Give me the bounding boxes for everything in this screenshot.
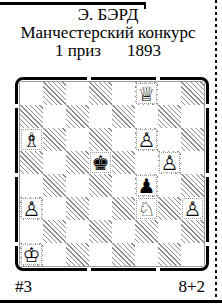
square-d1	[89, 243, 112, 266]
square-a4	[20, 174, 43, 197]
square-f4: ♟	[135, 174, 158, 197]
square-a8	[20, 82, 43, 105]
square-c5	[66, 151, 89, 174]
square-c4	[66, 174, 89, 197]
square-d7	[89, 105, 112, 128]
square-f8: ♕	[135, 82, 158, 105]
square-e2	[112, 220, 135, 243]
white-bishop-a6: ♗	[21, 129, 42, 150]
square-a5	[20, 151, 43, 174]
square-c8	[66, 82, 89, 105]
square-c3	[66, 197, 89, 220]
square-b7	[43, 105, 66, 128]
frame-seam	[14, 173, 19, 177]
black-pawn-f4: ♟	[136, 175, 157, 196]
square-b2	[43, 220, 66, 243]
square-g8	[158, 82, 181, 105]
material-count-label: 8+2	[178, 277, 205, 297]
square-a2	[20, 220, 43, 243]
chess-board: ♕♗♙♚♙♟♙♘♙♔	[15, 77, 209, 271]
frame-seam	[205, 242, 210, 246]
year-label: 1893	[127, 42, 161, 60]
square-d3	[89, 197, 112, 220]
bottom-rule	[0, 300, 222, 303]
white-pawn-f6: ♙	[136, 129, 157, 150]
board-grid: ♕♗♙♚♙♟♙♘♙♔	[20, 82, 204, 266]
frame-seam	[156, 267, 160, 272]
square-c7	[66, 105, 89, 128]
square-g6	[158, 128, 181, 151]
square-f7	[135, 105, 158, 128]
square-f3: ♘	[135, 197, 158, 220]
square-f1	[135, 243, 158, 266]
square-b4	[43, 174, 66, 197]
stipulation-label: #3	[15, 277, 32, 297]
square-e4	[112, 174, 135, 197]
square-e1	[112, 243, 135, 266]
square-a1: ♔	[20, 243, 43, 266]
prize-year-line: 1 приз 1893	[0, 42, 216, 60]
square-f6: ♙	[135, 128, 158, 151]
composer-name: Э. БЭРД	[0, 6, 216, 24]
square-g5: ♙	[158, 151, 181, 174]
prize-label: 1 приз	[55, 42, 101, 60]
black-king-d5: ♚	[90, 152, 111, 173]
square-h5	[181, 151, 204, 174]
white-queen-f8: ♕	[136, 83, 157, 104]
square-b3	[43, 197, 66, 220]
board-inner-frame: ♕♗♙♚♙♟♙♘♙♔	[19, 81, 205, 267]
square-a7	[20, 105, 43, 128]
square-g4	[158, 174, 181, 197]
square-d6	[89, 128, 112, 151]
square-b1	[43, 243, 66, 266]
frame-seam	[205, 173, 210, 177]
square-c6	[66, 128, 89, 151]
frame-seam	[14, 104, 19, 108]
frame-seam	[87, 267, 91, 272]
square-e3	[112, 197, 135, 220]
square-b8	[43, 82, 66, 105]
square-h1	[181, 243, 204, 266]
square-g1	[158, 243, 181, 266]
square-g3	[158, 197, 181, 220]
square-e6	[112, 128, 135, 151]
square-h2	[181, 220, 204, 243]
square-d5: ♚	[89, 151, 112, 174]
frame-seam	[14, 242, 19, 246]
square-c1	[66, 243, 89, 266]
square-e5	[112, 151, 135, 174]
square-c2	[66, 220, 89, 243]
square-f5	[135, 151, 158, 174]
square-g2	[158, 220, 181, 243]
square-b5	[43, 151, 66, 174]
square-d2	[89, 220, 112, 243]
square-g7	[158, 105, 181, 128]
square-a6: ♗	[20, 128, 43, 151]
white-king-a1: ♔	[21, 244, 42, 265]
white-pawn-h3: ♙	[182, 198, 203, 219]
square-f2	[135, 220, 158, 243]
frame-seam	[87, 76, 91, 81]
square-h6	[181, 128, 204, 151]
tourney-name: Манчестерский конкурс	[0, 24, 216, 42]
square-h7	[181, 105, 204, 128]
square-h8	[181, 82, 204, 105]
white-pawn-g5: ♙	[159, 152, 180, 173]
square-d4	[89, 174, 112, 197]
square-e7	[112, 105, 135, 128]
square-a3: ♙	[20, 197, 43, 220]
diagram-page: Э. БЭРД Манчестерский конкурс 1 приз 189…	[0, 0, 222, 306]
square-b6	[43, 128, 66, 151]
white-knight-f3: ♘	[136, 198, 157, 219]
square-d8	[89, 82, 112, 105]
frame-seam	[205, 104, 210, 108]
frame-seam	[156, 76, 160, 81]
square-e8	[112, 82, 135, 105]
square-h3: ♙	[181, 197, 204, 220]
square-h4	[181, 174, 204, 197]
white-pawn-a3: ♙	[21, 198, 42, 219]
